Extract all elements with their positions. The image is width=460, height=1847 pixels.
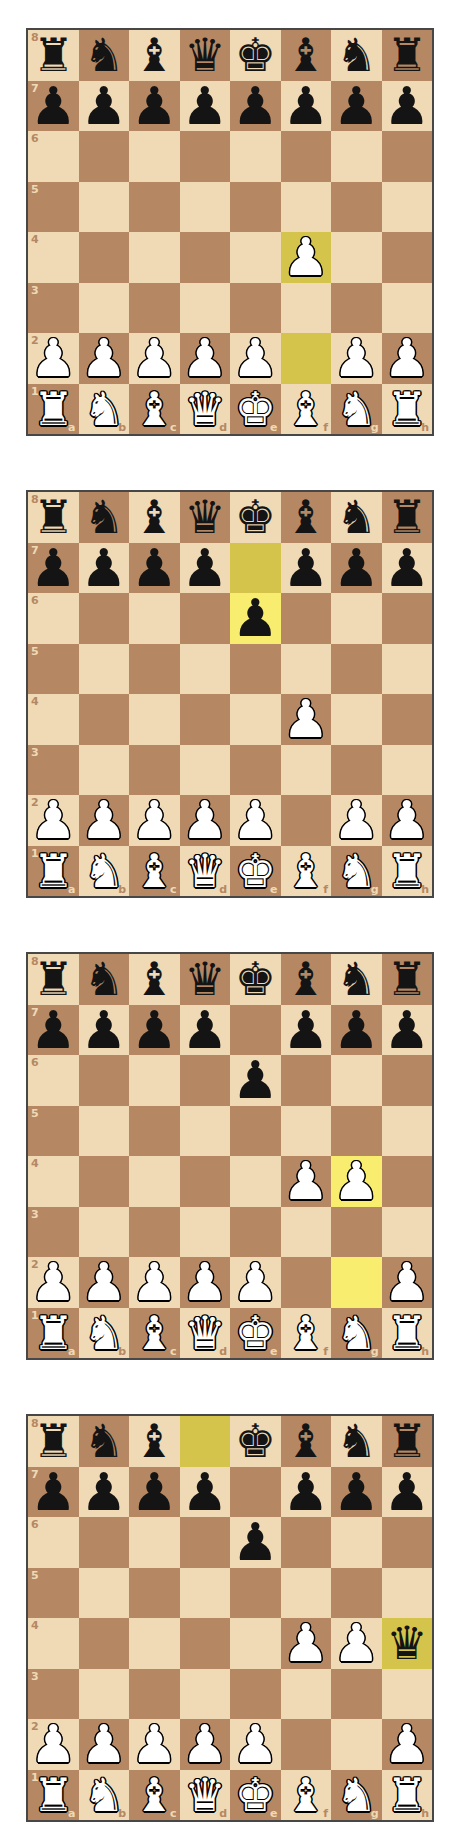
- square-d4: [180, 1618, 231, 1669]
- square-d6: [180, 593, 231, 644]
- square-c4: [129, 232, 180, 283]
- board-position-3: 8♜♞♝♛♚♝♞♜7♟♟♟♟♟♟♟6♟54♟♟32♟♟♟♟♟♟1a♜b♞c♝d♛…: [26, 952, 434, 1360]
- square-c8: ♝: [129, 30, 180, 81]
- square-f6: [281, 593, 332, 644]
- square-b7: ♟: [79, 81, 130, 132]
- black-bishop-c8: ♝: [134, 954, 175, 1005]
- rank-label-3: 3: [31, 747, 39, 758]
- square-g5: [331, 182, 382, 233]
- file-label-d: d: [219, 1808, 227, 1819]
- square-b5: [79, 1568, 130, 1619]
- square-d5: [180, 1568, 231, 1619]
- square-c3: [129, 745, 180, 796]
- square-a8: 8♜: [28, 30, 79, 81]
- square-c1: c♝: [129, 384, 180, 435]
- black-rook-h8: ♜: [386, 30, 427, 81]
- rank-label-8: 8: [31, 1418, 39, 1429]
- black-pawn-c7: ♟: [131, 1467, 178, 1518]
- square-d3: [180, 283, 231, 334]
- square-a3: 3: [28, 1669, 79, 1720]
- square-h3: [382, 283, 433, 334]
- square-h5: [382, 182, 433, 233]
- square-f8: ♝: [281, 492, 332, 543]
- square-f5: [281, 1106, 332, 1157]
- black-pawn-g7: ♟: [333, 1467, 380, 1518]
- black-knight-b8: ♞: [83, 492, 124, 543]
- square-c7: ♟: [129, 1005, 180, 1056]
- square-e8: ♚: [230, 492, 281, 543]
- square-c5: [129, 1568, 180, 1619]
- square-h2: ♟: [382, 1719, 433, 1770]
- square-b2: ♟: [79, 1719, 130, 1770]
- square-f2: [281, 795, 332, 846]
- rank-label-7: 7: [31, 1007, 39, 1018]
- white-pawn-f4: ♟: [282, 1618, 329, 1669]
- file-label-e: e: [270, 1808, 277, 1819]
- black-pawn-b7: ♟: [80, 81, 127, 132]
- white-bishop-f1: ♝: [285, 846, 326, 897]
- square-h8: ♜: [382, 492, 433, 543]
- square-b6: [79, 1517, 130, 1568]
- square-d6: [180, 1517, 231, 1568]
- square-c3: [129, 1669, 180, 1720]
- square-d2: ♟: [180, 1257, 231, 1308]
- square-d8: ♛: [180, 954, 231, 1005]
- square-h2: ♟: [382, 1257, 433, 1308]
- black-bishop-c8: ♝: [134, 1416, 175, 1467]
- white-pawn-d2: ♟: [181, 1257, 228, 1308]
- square-d8: [180, 1416, 231, 1467]
- square-d5: [180, 644, 231, 695]
- square-d3: [180, 1669, 231, 1720]
- file-label-c: c: [170, 1346, 177, 1357]
- square-d3: [180, 1207, 231, 1258]
- square-e2: ♟: [230, 1719, 281, 1770]
- square-g8: ♞: [331, 30, 382, 81]
- square-e6: [230, 131, 281, 182]
- black-pawn-e6: ♟: [232, 1517, 279, 1568]
- black-pawn-h7: ♟: [383, 1467, 430, 1518]
- white-pawn-h2: ♟: [383, 1257, 430, 1308]
- black-rook-h8: ♜: [386, 492, 427, 543]
- file-label-g: g: [371, 1808, 379, 1819]
- square-g5: [331, 1568, 382, 1619]
- file-label-f: f: [323, 422, 328, 433]
- square-d7: ♟: [180, 1005, 231, 1056]
- square-h3: [382, 1669, 433, 1720]
- square-g4: [331, 232, 382, 283]
- board-position-2: 8♜♞♝♛♚♝♞♜7♟♟♟♟♟♟♟6♟54♟32♟♟♟♟♟♟♟1a♜b♞c♝d♛…: [26, 490, 434, 898]
- square-f7: ♟: [281, 1005, 332, 1056]
- file-label-e: e: [270, 884, 277, 895]
- square-c3: [129, 1207, 180, 1258]
- square-a2: 2♟: [28, 1257, 79, 1308]
- rank-label-2: 2: [31, 797, 39, 808]
- square-c2: ♟: [129, 333, 180, 384]
- square-e1: e♚: [230, 1308, 281, 1359]
- square-g1: g♞: [331, 1308, 382, 1359]
- square-c2: ♟: [129, 795, 180, 846]
- square-f5: [281, 182, 332, 233]
- white-pawn-b2: ♟: [80, 333, 127, 384]
- square-e5: [230, 644, 281, 695]
- square-c7: ♟: [129, 543, 180, 594]
- square-a3: 3: [28, 1207, 79, 1258]
- square-g2: ♟: [331, 795, 382, 846]
- file-label-a: a: [68, 1808, 75, 1819]
- square-d2: ♟: [180, 333, 231, 384]
- square-d1: d♛: [180, 846, 231, 897]
- square-b5: [79, 1106, 130, 1157]
- square-e2: ♟: [230, 795, 281, 846]
- square-b3: [79, 1207, 130, 1258]
- square-d1: d♛: [180, 384, 231, 435]
- rank-label-6: 6: [31, 1057, 39, 1068]
- white-pawn-g4: ♟: [333, 1618, 380, 1669]
- square-a6: 6: [28, 1517, 79, 1568]
- black-bishop-f8: ♝: [285, 954, 326, 1005]
- square-g1: g♞: [331, 846, 382, 897]
- square-f7: ♟: [281, 81, 332, 132]
- rank-label-3: 3: [31, 1209, 39, 1220]
- black-pawn-b7: ♟: [80, 1005, 127, 1056]
- square-b5: [79, 644, 130, 695]
- white-pawn-f4: ♟: [282, 1156, 329, 1207]
- square-g3: [331, 283, 382, 334]
- black-pawn-g7: ♟: [333, 543, 380, 594]
- black-rook-a8: ♜: [33, 492, 74, 543]
- square-f2: [281, 333, 332, 384]
- board-position-1: 8♜♞♝♛♚♝♞♜7♟♟♟♟♟♟♟♟654♟32♟♟♟♟♟♟♟1a♜b♞c♝d♛…: [26, 28, 434, 436]
- square-b4: [79, 1618, 130, 1669]
- square-h5: [382, 1106, 433, 1157]
- square-a5: 5: [28, 1106, 79, 1157]
- square-h4: [382, 232, 433, 283]
- square-e8: ♚: [230, 954, 281, 1005]
- square-b4: [79, 232, 130, 283]
- square-a4: 4: [28, 1618, 79, 1669]
- square-g6: [331, 593, 382, 644]
- square-e4: [230, 694, 281, 745]
- square-d8: ♛: [180, 30, 231, 81]
- square-a2: 2♟: [28, 333, 79, 384]
- black-rook-h8: ♜: [386, 1416, 427, 1467]
- square-g4: [331, 694, 382, 745]
- rank-label-2: 2: [31, 335, 39, 346]
- rank-label-7: 7: [31, 83, 39, 94]
- white-pawn-g2: ♟: [333, 795, 380, 846]
- black-rook-a8: ♜: [33, 30, 74, 81]
- square-c8: ♝: [129, 954, 180, 1005]
- square-f1: f♝: [281, 846, 332, 897]
- rank-label-4: 4: [31, 234, 39, 245]
- square-d8: ♛: [180, 492, 231, 543]
- square-g8: ♞: [331, 1416, 382, 1467]
- white-bishop-f1: ♝: [285, 384, 326, 435]
- black-bishop-f8: ♝: [285, 1416, 326, 1467]
- black-pawn-h7: ♟: [383, 1005, 430, 1056]
- square-f4: ♟: [281, 232, 332, 283]
- square-c1: c♝: [129, 1770, 180, 1821]
- white-pawn-e2: ♟: [232, 1719, 279, 1770]
- square-e4: [230, 232, 281, 283]
- square-g4: ♟: [331, 1156, 382, 1207]
- white-bishop-c1: ♝: [134, 846, 175, 897]
- square-h7: ♟: [382, 81, 433, 132]
- square-a7: 7♟: [28, 1467, 79, 1518]
- file-label-h: h: [421, 422, 429, 433]
- square-b8: ♞: [79, 1416, 130, 1467]
- black-bishop-f8: ♝: [285, 30, 326, 81]
- rank-label-5: 5: [31, 646, 39, 657]
- square-a1: 1a♜: [28, 846, 79, 897]
- square-e3: [230, 745, 281, 796]
- white-bishop-f1: ♝: [285, 1770, 326, 1821]
- square-a6: 6: [28, 1055, 79, 1106]
- black-pawn-e7: ♟: [232, 81, 279, 132]
- square-g5: [331, 644, 382, 695]
- square-b1: b♞: [79, 1308, 130, 1359]
- square-e6: ♟: [230, 593, 281, 644]
- square-g7: ♟: [331, 81, 382, 132]
- square-h8: ♜: [382, 1416, 433, 1467]
- square-a7: 7♟: [28, 543, 79, 594]
- square-f3: [281, 1669, 332, 1720]
- square-h2: ♟: [382, 333, 433, 384]
- square-e6: ♟: [230, 1517, 281, 1568]
- file-label-h: h: [421, 884, 429, 895]
- white-bishop-f1: ♝: [285, 1308, 326, 1359]
- file-label-d: d: [219, 884, 227, 895]
- black-bishop-c8: ♝: [134, 30, 175, 81]
- square-d4: [180, 232, 231, 283]
- square-f1: f♝: [281, 1308, 332, 1359]
- black-pawn-c7: ♟: [131, 1005, 178, 1056]
- square-f3: [281, 1207, 332, 1258]
- chess-diagram-sequence: 8♜♞♝♛♚♝♞♜7♟♟♟♟♟♟♟♟654♟32♟♟♟♟♟♟♟1a♜b♞c♝d♛…: [0, 0, 460, 1822]
- square-d7: ♟: [180, 81, 231, 132]
- white-pawn-h2: ♟: [383, 795, 430, 846]
- square-b3: [79, 745, 130, 796]
- square-g5: [331, 1106, 382, 1157]
- white-pawn-c2: ♟: [131, 1257, 178, 1308]
- file-label-a: a: [68, 1346, 75, 1357]
- square-g3: [331, 745, 382, 796]
- file-label-a: a: [68, 422, 75, 433]
- square-e5: [230, 1568, 281, 1619]
- square-a4: 4: [28, 232, 79, 283]
- square-e2: ♟: [230, 1257, 281, 1308]
- rank-label-2: 2: [31, 1721, 39, 1732]
- square-f4: ♟: [281, 1156, 332, 1207]
- square-h4: ♛: [382, 1618, 433, 1669]
- square-e4: [230, 1618, 281, 1669]
- rank-label-5: 5: [31, 1570, 39, 1581]
- white-pawn-c2: ♟: [131, 333, 178, 384]
- white-pawn-b2: ♟: [80, 1719, 127, 1770]
- square-b8: ♞: [79, 30, 130, 81]
- square-e7: [230, 1467, 281, 1518]
- black-pawn-e6: ♟: [232, 1055, 279, 1106]
- square-a1: 1a♜: [28, 1308, 79, 1359]
- square-h6: [382, 1517, 433, 1568]
- black-knight-b8: ♞: [83, 30, 124, 81]
- square-e1: e♚: [230, 384, 281, 435]
- square-d7: ♟: [180, 1467, 231, 1518]
- square-b8: ♞: [79, 954, 130, 1005]
- square-g3: [331, 1207, 382, 1258]
- black-king-e8: ♚: [235, 1416, 276, 1467]
- square-c1: c♝: [129, 1308, 180, 1359]
- black-rook-a8: ♜: [33, 1416, 74, 1467]
- black-knight-g8: ♞: [336, 492, 377, 543]
- square-b1: b♞: [79, 846, 130, 897]
- square-a5: 5: [28, 644, 79, 695]
- square-h4: [382, 694, 433, 745]
- square-e6: ♟: [230, 1055, 281, 1106]
- square-d3: [180, 745, 231, 796]
- black-pawn-g7: ♟: [333, 1005, 380, 1056]
- file-label-d: d: [219, 422, 227, 433]
- square-e4: [230, 1156, 281, 1207]
- square-g8: ♞: [331, 954, 382, 1005]
- black-pawn-f7: ♟: [282, 1467, 329, 1518]
- square-e3: [230, 1669, 281, 1720]
- square-g7: ♟: [331, 543, 382, 594]
- square-b6: [79, 131, 130, 182]
- square-c1: c♝: [129, 846, 180, 897]
- rank-label-8: 8: [31, 956, 39, 967]
- square-a6: 6: [28, 593, 79, 644]
- square-d5: [180, 1106, 231, 1157]
- rank-label-4: 4: [31, 1158, 39, 1169]
- square-f2: [281, 1257, 332, 1308]
- black-pawn-d7: ♟: [181, 81, 228, 132]
- square-b7: ♟: [79, 1467, 130, 1518]
- square-c2: ♟: [129, 1719, 180, 1770]
- square-c4: [129, 694, 180, 745]
- square-c6: [129, 593, 180, 644]
- white-pawn-h2: ♟: [383, 1719, 430, 1770]
- rank-label-4: 4: [31, 1620, 39, 1631]
- square-b7: ♟: [79, 543, 130, 594]
- square-f7: ♟: [281, 543, 332, 594]
- square-a3: 3: [28, 745, 79, 796]
- rank-label-6: 6: [31, 595, 39, 606]
- square-h1: h♜: [382, 1770, 433, 1821]
- square-c8: ♝: [129, 1416, 180, 1467]
- square-d2: ♟: [180, 1719, 231, 1770]
- file-label-b: b: [118, 1808, 126, 1819]
- white-pawn-f4: ♟: [282, 232, 329, 283]
- square-g6: [331, 1517, 382, 1568]
- file-label-g: g: [371, 422, 379, 433]
- black-pawn-d7: ♟: [181, 543, 228, 594]
- rank-label-8: 8: [31, 494, 39, 505]
- square-b7: ♟: [79, 1005, 130, 1056]
- square-h1: h♜: [382, 384, 433, 435]
- square-c6: [129, 1517, 180, 1568]
- square-g6: [331, 1055, 382, 1106]
- white-pawn-b2: ♟: [80, 1257, 127, 1308]
- square-e8: ♚: [230, 1416, 281, 1467]
- square-g7: ♟: [331, 1467, 382, 1518]
- black-king-e8: ♚: [235, 954, 276, 1005]
- file-label-c: c: [170, 1808, 177, 1819]
- square-d4: [180, 1156, 231, 1207]
- square-d5: [180, 182, 231, 233]
- square-e5: [230, 182, 281, 233]
- square-g1: g♞: [331, 1770, 382, 1821]
- black-queen-d8: ♛: [184, 30, 225, 81]
- square-a2: 2♟: [28, 1719, 79, 1770]
- square-d6: [180, 131, 231, 182]
- file-label-e: e: [270, 422, 277, 433]
- black-pawn-f7: ♟: [282, 543, 329, 594]
- square-h6: [382, 1055, 433, 1106]
- square-h7: ♟: [382, 543, 433, 594]
- rank-label-7: 7: [31, 1469, 39, 1480]
- square-f1: f♝: [281, 384, 332, 435]
- square-e1: e♚: [230, 1770, 281, 1821]
- black-queen-d8: ♛: [184, 954, 225, 1005]
- square-f3: [281, 745, 332, 796]
- file-label-a: a: [68, 884, 75, 895]
- square-c5: [129, 182, 180, 233]
- square-a1: 1a♜: [28, 384, 79, 435]
- rank-label-6: 6: [31, 133, 39, 144]
- rank-label-5: 5: [31, 184, 39, 195]
- black-queen-d8: ♛: [184, 492, 225, 543]
- file-label-g: g: [371, 884, 379, 895]
- square-a3: 3: [28, 283, 79, 334]
- black-bishop-c8: ♝: [134, 492, 175, 543]
- rank-label-3: 3: [31, 1671, 39, 1682]
- square-b4: [79, 694, 130, 745]
- black-pawn-h7: ♟: [383, 81, 430, 132]
- file-label-e: e: [270, 1346, 277, 1357]
- square-c6: [129, 131, 180, 182]
- square-e3: [230, 283, 281, 334]
- square-d4: [180, 694, 231, 745]
- square-a6: 6: [28, 131, 79, 182]
- square-e7: ♟: [230, 81, 281, 132]
- black-knight-g8: ♞: [336, 954, 377, 1005]
- black-knight-b8: ♞: [83, 1416, 124, 1467]
- file-label-f: f: [323, 884, 328, 895]
- square-h1: h♜: [382, 846, 433, 897]
- file-label-f: f: [323, 1808, 328, 1819]
- white-pawn-g2: ♟: [333, 333, 380, 384]
- square-a1: 1a♜: [28, 1770, 79, 1821]
- file-label-b: b: [118, 884, 126, 895]
- square-b3: [79, 1669, 130, 1720]
- rank-label-1: 1: [31, 386, 39, 397]
- square-h3: [382, 1207, 433, 1258]
- board-position-4: 8♜♞♝♚♝♞♜7♟♟♟♟♟♟♟6♟54♟♟♛32♟♟♟♟♟♟1a♜b♞c♝d♛…: [26, 1414, 434, 1822]
- black-pawn-d7: ♟: [181, 1467, 228, 1518]
- rank-label-4: 4: [31, 696, 39, 707]
- square-f6: [281, 131, 332, 182]
- square-g2: ♟: [331, 333, 382, 384]
- square-b6: [79, 1055, 130, 1106]
- square-b2: ♟: [79, 1257, 130, 1308]
- square-h7: ♟: [382, 1005, 433, 1056]
- white-pawn-e2: ♟: [232, 795, 279, 846]
- file-label-h: h: [421, 1346, 429, 1357]
- square-h2: ♟: [382, 795, 433, 846]
- rank-label-5: 5: [31, 1108, 39, 1119]
